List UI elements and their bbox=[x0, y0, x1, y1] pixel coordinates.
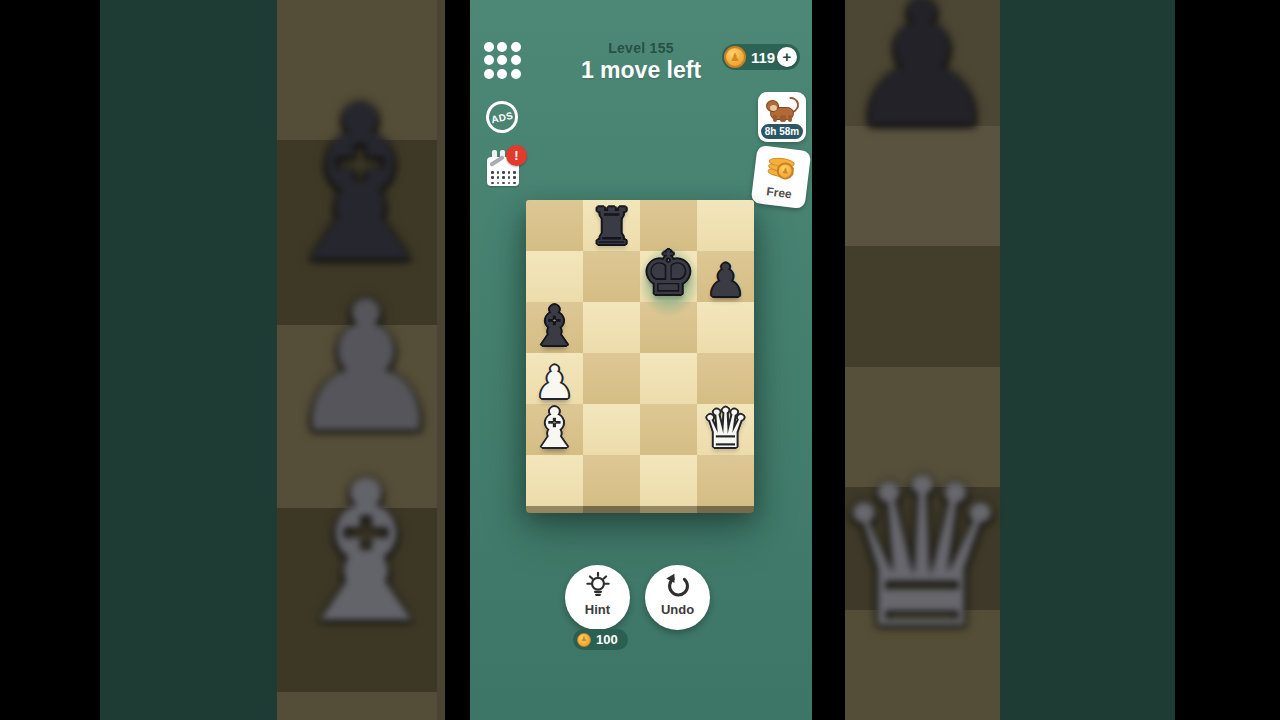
square-d6[interactable] bbox=[697, 200, 754, 251]
free-label: Free bbox=[751, 183, 806, 203]
hint-cost-pill: ♟ 100 bbox=[573, 629, 628, 650]
square-a6[interactable] bbox=[526, 200, 583, 251]
menu-dot bbox=[497, 55, 507, 65]
letterbox-right-teal bbox=[1000, 0, 1175, 720]
menu-dot bbox=[497, 69, 507, 79]
coin-icon: ♟ bbox=[724, 46, 746, 68]
monkey-icon bbox=[766, 99, 798, 125]
square-b3[interactable] bbox=[583, 353, 640, 404]
add-coins-button[interactable]: + bbox=[777, 47, 797, 67]
board-edge bbox=[526, 506, 583, 513]
square-c1[interactable] bbox=[640, 455, 697, 506]
blurred-board-square bbox=[845, 246, 1000, 367]
undo-button[interactable]: Undo bbox=[645, 565, 710, 630]
hint-label: Hint bbox=[585, 602, 610, 617]
menu-dot bbox=[497, 42, 507, 52]
menu-dot bbox=[511, 55, 521, 65]
bg-black-bishop: ♝ bbox=[264, 77, 457, 292]
piece-black-king[interactable]: ♚ bbox=[640, 251, 697, 302]
coin-count: 119 bbox=[751, 49, 775, 66]
calendar-button[interactable]: ! bbox=[487, 150, 521, 188]
coins-stack-icon: ♟ bbox=[766, 154, 797, 183]
screen: Level 155 1 move left ♟ 119 + ADS ! bbox=[0, 0, 1280, 720]
menu-dot bbox=[511, 69, 521, 79]
coin-icon: ♟ bbox=[577, 633, 591, 647]
letterbox-left-teal bbox=[100, 0, 277, 720]
square-a1[interactable] bbox=[526, 455, 583, 506]
pencil-icon bbox=[489, 155, 505, 167]
menu-dot bbox=[511, 42, 521, 52]
board-edge bbox=[640, 506, 697, 513]
menu-dot bbox=[484, 55, 494, 65]
monkey-timer: 8h 58m bbox=[761, 124, 803, 139]
bg-black-pawn: ♟ bbox=[844, 0, 1001, 152]
hint-button[interactable]: Hint bbox=[565, 565, 630, 630]
board-edge bbox=[583, 506, 640, 513]
board: ♜♚♟♝♟♝♛ bbox=[526, 200, 754, 506]
menu-dot bbox=[484, 42, 494, 52]
undo-label: Undo bbox=[661, 602, 694, 617]
square-c3[interactable] bbox=[640, 353, 697, 404]
bg-grey-pawn: ♟ bbox=[285, 278, 446, 458]
menu-grid-button[interactable] bbox=[484, 42, 521, 79]
monkey-offer-button[interactable]: 8h 58m bbox=[758, 92, 806, 142]
lightbulb-icon bbox=[581, 571, 615, 605]
ads-icon: ADS bbox=[490, 109, 514, 124]
piece-white-queen[interactable]: ♛ bbox=[697, 404, 754, 455]
board-edge bbox=[697, 506, 754, 513]
bg-grey-bishop: ♝ bbox=[279, 455, 454, 650]
piece-white-bishop[interactable]: ♝ bbox=[526, 404, 583, 455]
coin-balance-pill[interactable]: ♟ 119 + bbox=[722, 44, 800, 70]
square-b2[interactable] bbox=[583, 404, 640, 455]
piece-black-pawn[interactable]: ♟ bbox=[697, 251, 754, 302]
square-b1[interactable] bbox=[583, 455, 640, 506]
blurred-board-square bbox=[277, 692, 437, 720]
free-coins-button[interactable]: ♟ Free bbox=[751, 145, 812, 209]
square-b4[interactable] bbox=[583, 302, 640, 353]
square-d1[interactable] bbox=[697, 455, 754, 506]
square-c2[interactable] bbox=[640, 404, 697, 455]
piece-black-bishop[interactable]: ♝ bbox=[526, 302, 583, 353]
hint-cost: 100 bbox=[596, 632, 618, 647]
bg-grey-queen: ♛ bbox=[830, 452, 1014, 657]
ads-button[interactable]: ADS bbox=[483, 98, 521, 136]
undo-icon bbox=[661, 571, 695, 605]
menu-dot bbox=[484, 69, 494, 79]
calendar-alert-badge: ! bbox=[506, 145, 527, 166]
piece-black-rook[interactable]: ♜ bbox=[583, 200, 640, 251]
square-d4[interactable] bbox=[697, 302, 754, 353]
app-column: Level 155 1 move left ♟ 119 + ADS ! bbox=[470, 0, 812, 720]
